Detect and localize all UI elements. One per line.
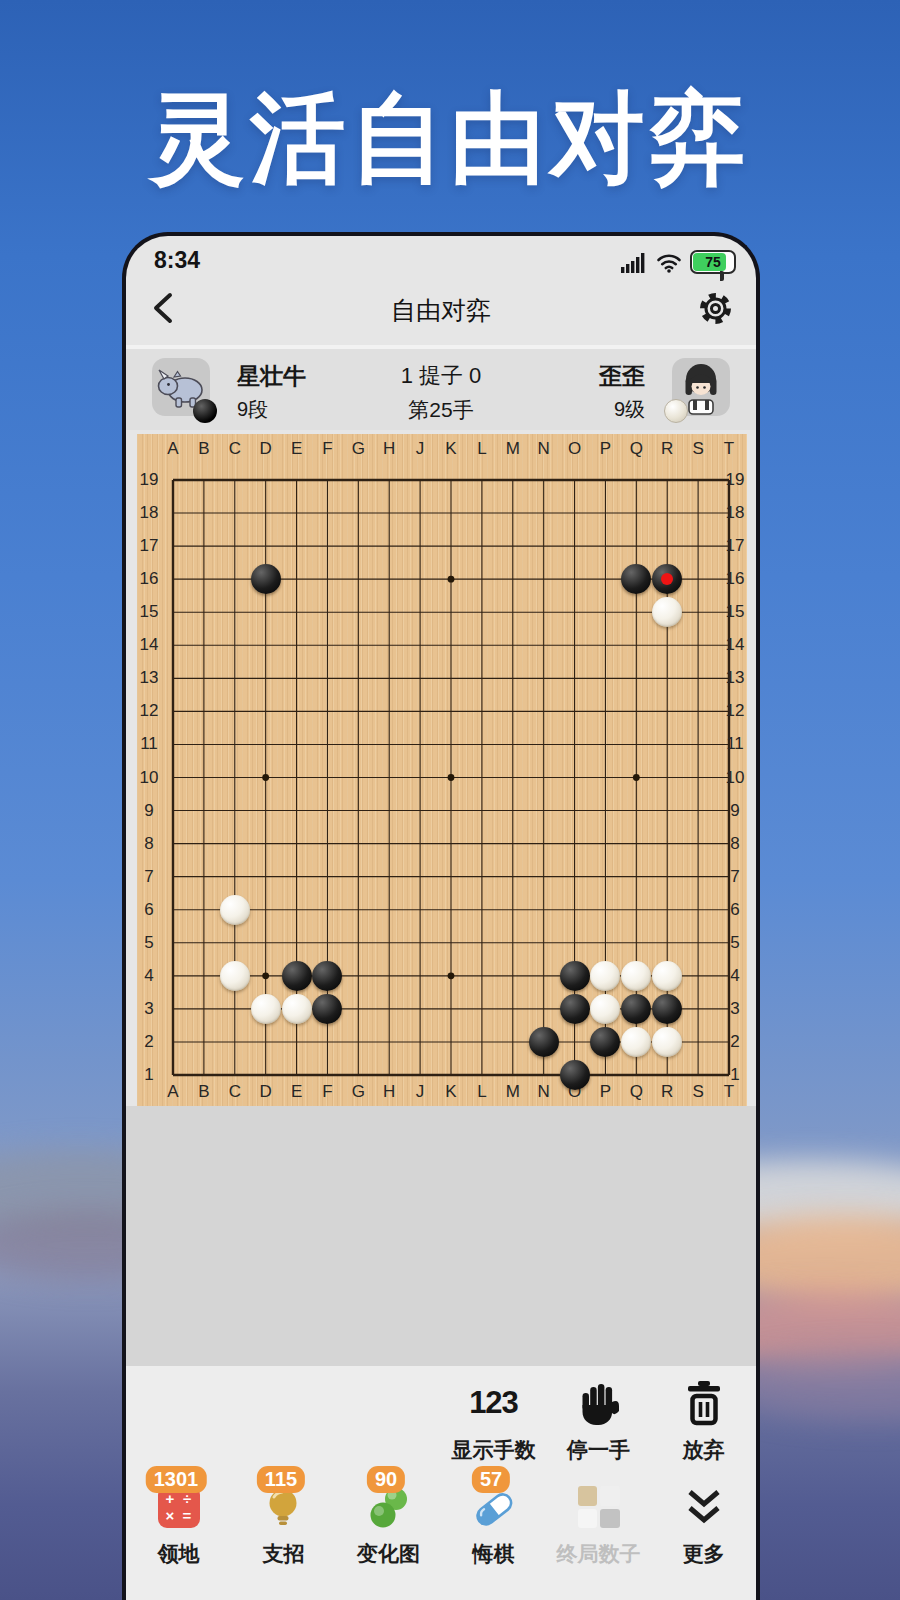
black-stone-O4: ● bbox=[560, 961, 590, 991]
row-label-left: 17 bbox=[140, 536, 159, 556]
row-label-right: 8 bbox=[730, 834, 739, 854]
row-label-right: 18 bbox=[726, 503, 745, 523]
star-point bbox=[448, 774, 455, 781]
variation-label: 变化图 bbox=[336, 1540, 441, 1568]
more-button[interactable]: 更多 bbox=[651, 1478, 756, 1568]
territory-button[interactable]: +÷ ×= 1301 领地 bbox=[126, 1478, 231, 1568]
col-label-top: K bbox=[445, 439, 456, 459]
black-stone-P2: ● bbox=[590, 1027, 620, 1057]
col-label-top: M bbox=[506, 439, 520, 459]
white-stone-E3: ○ bbox=[282, 994, 312, 1024]
hint-label: 支招 bbox=[231, 1540, 336, 1568]
pass-label: 停一手 bbox=[546, 1436, 651, 1464]
move-number-line: 第25手 bbox=[306, 396, 576, 424]
battery-icon: 75 bbox=[690, 250, 736, 274]
col-label-top: F bbox=[322, 439, 332, 459]
col-label-bottom: H bbox=[383, 1082, 395, 1102]
col-label-top: N bbox=[538, 439, 550, 459]
col-label-bottom: C bbox=[229, 1082, 241, 1102]
move-numbers-icon: 123 bbox=[469, 1385, 518, 1421]
hand-icon bbox=[576, 1379, 622, 1427]
row-label-left: 8 bbox=[144, 834, 153, 854]
col-label-top: O bbox=[568, 439, 581, 459]
white-stone-R2: ○ bbox=[652, 1027, 682, 1057]
row-label-left: 2 bbox=[144, 1032, 153, 1052]
more-label: 更多 bbox=[651, 1540, 756, 1568]
show-move-numbers-button[interactable]: 123 显示手数 bbox=[441, 1374, 546, 1464]
star-point bbox=[633, 774, 640, 781]
col-label-bottom: D bbox=[260, 1082, 272, 1102]
col-label-bottom: T bbox=[724, 1082, 734, 1102]
undo-badge: 57 bbox=[472, 1466, 510, 1493]
col-label-top: B bbox=[198, 439, 209, 459]
row-label-right: 1 bbox=[730, 1065, 739, 1085]
black-stone-Q16: ● bbox=[621, 564, 651, 594]
white-player-avatar[interactable] bbox=[672, 358, 730, 416]
row-label-right: 4 bbox=[730, 966, 739, 986]
gear-icon bbox=[697, 290, 734, 327]
col-label-top: P bbox=[600, 439, 611, 459]
wifi-icon bbox=[656, 252, 682, 273]
col-label-top: H bbox=[383, 439, 395, 459]
col-label-bottom: F bbox=[322, 1082, 332, 1102]
row-label-right: 5 bbox=[730, 933, 739, 953]
resign-button[interactable]: 放弃 bbox=[651, 1374, 756, 1464]
variation-badge: 90 bbox=[367, 1466, 405, 1493]
white-stone-Q2: ○ bbox=[621, 1027, 651, 1057]
col-label-top: G bbox=[352, 439, 365, 459]
col-label-bottom: J bbox=[416, 1082, 425, 1102]
col-label-top: A bbox=[167, 439, 178, 459]
black-stone-Q3: ● bbox=[621, 994, 651, 1024]
row-label-right: 6 bbox=[730, 900, 739, 920]
black-stone-badge bbox=[193, 399, 217, 423]
row-label-left: 13 bbox=[140, 668, 159, 688]
below-board-area bbox=[126, 1106, 756, 1366]
variation-button[interactable]: 90 变化图 bbox=[336, 1478, 441, 1568]
trash-icon bbox=[684, 1380, 724, 1426]
territory-badge: 1301 bbox=[146, 1466, 207, 1493]
settings-button[interactable] bbox=[697, 290, 734, 331]
hero-title: 灵活自由对弈 bbox=[0, 73, 900, 206]
star-point bbox=[262, 972, 269, 979]
col-label-top: S bbox=[692, 439, 703, 459]
white-player-name: 歪歪 bbox=[599, 361, 645, 392]
row-label-left: 12 bbox=[140, 701, 159, 721]
toolbar: 123 显示手数 停一手 bbox=[126, 1366, 756, 1600]
col-label-top: J bbox=[416, 439, 425, 459]
black-player-avatar[interactable] bbox=[152, 358, 210, 416]
territory-label: 领地 bbox=[126, 1540, 231, 1568]
row-label-right: 12 bbox=[726, 701, 745, 721]
row-label-left: 1 bbox=[144, 1065, 153, 1085]
show-move-numbers-label: 显示手数 bbox=[441, 1436, 546, 1464]
row-label-right: 17 bbox=[726, 536, 745, 556]
col-label-top: T bbox=[724, 439, 734, 459]
row-label-left: 18 bbox=[140, 503, 159, 523]
row-label-right: 14 bbox=[726, 635, 745, 655]
white-player-rank: 9级 bbox=[614, 396, 645, 423]
row-label-left: 15 bbox=[140, 602, 159, 622]
black-player-name: 星壮牛 bbox=[237, 361, 306, 392]
pass-button[interactable]: 停一手 bbox=[546, 1374, 651, 1464]
row-label-right: 16 bbox=[726, 569, 745, 589]
col-label-bottom: M bbox=[506, 1082, 520, 1102]
black-stone-F3: ● bbox=[312, 994, 342, 1024]
last-move-marker bbox=[661, 573, 673, 585]
col-label-bottom: E bbox=[291, 1082, 302, 1102]
white-stone-R4: ○ bbox=[652, 961, 682, 991]
captures-line: 1 提子 0 bbox=[306, 361, 576, 391]
final-count-button: 终局数子 bbox=[546, 1478, 651, 1568]
hint-button[interactable]: 115 支招 bbox=[231, 1478, 336, 1568]
battery-nub bbox=[720, 271, 724, 281]
white-stone-C6: ○ bbox=[220, 895, 250, 925]
double-chevron-down-icon bbox=[684, 1488, 724, 1526]
row-label-right: 11 bbox=[726, 734, 744, 754]
star-point bbox=[448, 972, 455, 979]
go-board[interactable]: AABBCCDDEEFFGGHHJJKKLLMMNNOOPPQQRRSSTT19… bbox=[137, 434, 747, 1106]
page-title: 自由对弈 bbox=[126, 294, 756, 327]
black-stone-N2: ● bbox=[529, 1027, 559, 1057]
white-stone-P3: ○ bbox=[590, 994, 620, 1024]
black-player-rank: 9段 bbox=[237, 396, 268, 423]
white-stone-C4: ○ bbox=[220, 961, 250, 991]
star-point bbox=[262, 774, 269, 781]
row-label-left: 14 bbox=[140, 635, 159, 655]
player-bar: 星壮牛 9段 1 提子 0 第25手 歪歪 9级 bbox=[126, 345, 756, 430]
col-label-top: R bbox=[661, 439, 673, 459]
undo-button[interactable]: 57 悔棋 bbox=[441, 1478, 546, 1568]
battery-percent: 75 bbox=[692, 252, 734, 272]
black-stone-R16: ● bbox=[652, 564, 682, 594]
col-label-bottom: P bbox=[600, 1082, 611, 1102]
status-icons: 75 bbox=[621, 250, 736, 274]
row-label-right: 3 bbox=[730, 999, 739, 1019]
col-label-bottom: A bbox=[167, 1082, 178, 1102]
col-label-bottom: G bbox=[352, 1082, 365, 1102]
row-label-left: 10 bbox=[140, 768, 159, 788]
black-stone-F4: ● bbox=[312, 961, 342, 991]
row-label-left: 3 bbox=[144, 999, 153, 1019]
col-label-top: L bbox=[477, 439, 486, 459]
row-label-right: 7 bbox=[730, 867, 739, 887]
black-stone-D16: ● bbox=[251, 564, 281, 594]
row-label-right: 15 bbox=[726, 602, 745, 622]
resign-label: 放弃 bbox=[651, 1436, 756, 1464]
status-time: 8:34 bbox=[154, 247, 200, 274]
row-label-right: 9 bbox=[730, 801, 739, 821]
col-label-top: E bbox=[291, 439, 302, 459]
row-label-left: 7 bbox=[144, 867, 153, 887]
col-label-top: D bbox=[260, 439, 272, 459]
row-label-right: 19 bbox=[726, 470, 745, 490]
row-label-left: 16 bbox=[140, 569, 159, 589]
signal-icon bbox=[621, 252, 648, 273]
white-stone-R15: ○ bbox=[652, 597, 682, 627]
white-stone-D3: ○ bbox=[251, 994, 281, 1024]
col-label-bottom: R bbox=[661, 1082, 673, 1102]
row-label-left: 6 bbox=[144, 900, 153, 920]
row-label-right: 13 bbox=[726, 668, 745, 688]
col-label-top: Q bbox=[630, 439, 643, 459]
row-label-right: 2 bbox=[730, 1032, 739, 1052]
phone-frame: 8:34 75 bbox=[122, 232, 760, 1600]
row-label-left: 4 bbox=[144, 966, 153, 986]
final-count-label: 终局数子 bbox=[546, 1540, 651, 1568]
undo-label: 悔棋 bbox=[441, 1540, 546, 1568]
white-stone-P4: ○ bbox=[590, 961, 620, 991]
row-label-left: 5 bbox=[144, 933, 153, 953]
count-grid-icon bbox=[578, 1486, 620, 1528]
col-label-bottom: L bbox=[477, 1082, 486, 1102]
row-label-left: 9 bbox=[144, 801, 153, 821]
row-label-left: 11 bbox=[140, 734, 158, 754]
col-label-top: C bbox=[229, 439, 241, 459]
black-stone-O3: ● bbox=[560, 994, 590, 1024]
row-label-left: 19 bbox=[140, 470, 159, 490]
col-label-bottom: N bbox=[538, 1082, 550, 1102]
white-stone-Q4: ○ bbox=[621, 961, 651, 991]
col-label-bottom: B bbox=[198, 1082, 209, 1102]
col-label-bottom: S bbox=[692, 1082, 703, 1102]
black-stone-E4: ● bbox=[282, 961, 312, 991]
col-label-bottom: K bbox=[445, 1082, 456, 1102]
white-stone-badge bbox=[664, 399, 688, 423]
hint-badge: 115 bbox=[257, 1466, 305, 1493]
star-point bbox=[448, 576, 455, 583]
col-label-bottom: Q bbox=[630, 1082, 643, 1102]
row-label-right: 10 bbox=[726, 768, 745, 788]
black-stone-O1: ● bbox=[560, 1060, 590, 1090]
black-stone-R3: ● bbox=[652, 994, 682, 1024]
